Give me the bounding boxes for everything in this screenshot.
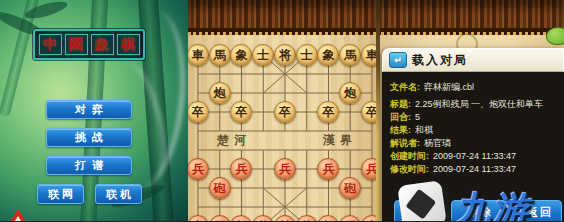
app-title-char: 國 (65, 34, 88, 55)
app-title-char: 棋 (117, 34, 140, 55)
field-label: 解说者: (390, 137, 420, 150)
load-return-icon: ↵ (389, 52, 407, 68)
field-value: 杨官璘 (424, 137, 451, 150)
wood-frame-top (376, 0, 564, 28)
field-label: 结果: (390, 124, 411, 137)
red-piece-兵[interactable]: 兵 (274, 158, 296, 180)
red-piece-砲[interactable]: 砲 (209, 177, 231, 199)
field-value: 5 (415, 111, 420, 124)
dialog-field-row: 解说者:杨官璘 (390, 137, 564, 150)
black-piece-車[interactable]: 車 (188, 44, 209, 66)
black-piece-炮[interactable]: 炮 (209, 82, 231, 104)
red-piece-兵[interactable]: 兵 (361, 158, 376, 180)
black-piece-将[interactable]: 将 (274, 44, 296, 66)
black-piece-卒[interactable]: 卒 (317, 101, 339, 123)
main-menu-screen: 中國象棋 对弈 挑战 打谱 联网 联机 (0, 0, 188, 221)
dialog-field-row: 回合:5 (390, 111, 564, 124)
red-piece-帥[interactable]: 帥 (274, 215, 296, 221)
red-piece-馬[interactable]: 馬 (209, 215, 231, 221)
leaf-button[interactable] (546, 27, 564, 45)
board-edge-stripe (376, 0, 380, 221)
dialog-field-row: 修改时间:2009-07-24 11:33:47 (390, 163, 564, 176)
black-piece-馬[interactable]: 馬 (209, 44, 231, 66)
red-piece-馬[interactable]: 馬 (339, 215, 361, 221)
red-piece-兵[interactable]: 兵 (188, 158, 209, 180)
black-piece-卒[interactable]: 卒 (274, 101, 296, 123)
play-button[interactable]: 对弈 (46, 100, 132, 119)
challenge-button[interactable]: 挑战 (46, 128, 132, 147)
field-label: 修改时间: (390, 163, 429, 176)
dialog-header: ↵ 载入对局 (382, 48, 564, 72)
black-piece-馬[interactable]: 馬 (339, 44, 361, 66)
field-value: 2009-07-24 11:33:47 (433, 150, 516, 163)
red-piece-仕[interactable]: 仕 (296, 215, 318, 221)
red-piece-車[interactable]: 車 (188, 215, 209, 221)
black-piece-車[interactable]: 車 (361, 44, 376, 66)
field-value: 和棋 (415, 124, 433, 137)
piece-layer: 車馬象士将士象馬車炮炮卒卒卒卒卒兵兵兵兵兵砲砲車馬相仕帥仕相馬車 (188, 46, 376, 222)
app-title-char: 中 (39, 34, 62, 55)
black-piece-炮[interactable]: 炮 (339, 82, 361, 104)
red-piece-車[interactable]: 車 (361, 215, 376, 221)
load-dialog-screen: ↵ 载入对局 文件名:弈林新编.cbl标题:2.25例和残局 一、炮双仕和单车回… (376, 0, 564, 221)
red-piece-兵[interactable]: 兵 (317, 158, 339, 180)
black-piece-士[interactable]: 士 (252, 44, 274, 66)
game-board-screen: 楚河 漢界 車馬象士将士象馬車炮炮卒卒卒卒卒兵兵兵兵兵砲砲車馬相仕帥仕相馬車 (188, 0, 376, 221)
watermark-logo-notch (405, 189, 436, 220)
dialog-field-row: 结果:和棋 (390, 124, 564, 137)
red-piece-兵[interactable]: 兵 (230, 158, 252, 180)
black-piece-象[interactable]: 象 (230, 44, 252, 66)
dialog-title: 载入对局 (412, 52, 468, 69)
black-piece-象[interactable]: 象 (317, 44, 339, 66)
dialog-field-row: 创建时间:2009-07-24 11:33:47 (390, 150, 564, 163)
field-label: 文件名: (390, 81, 420, 94)
network-play-button[interactable]: 联网 (37, 184, 84, 204)
field-value: 2009-07-24 11:33:47 (433, 163, 516, 176)
field-value: 弈林新编.cbl (424, 81, 474, 94)
field-value: 2.25例和残局 一、炮双仕和单车 (415, 98, 543, 111)
dialog-field-row: 文件名:弈林新编.cbl (390, 81, 564, 94)
black-piece-士[interactable]: 士 (296, 44, 318, 66)
screenshot-root: 中國象棋 对弈 挑战 打谱 联网 联机 楚河 漢界 車馬象士将士象馬車炮炮卒卒卒… (0, 0, 564, 221)
watermark-triangle-inner (13, 216, 23, 221)
black-piece-卒[interactable]: 卒 (361, 101, 376, 123)
red-piece-相[interactable]: 相 (230, 215, 252, 221)
field-label: 回合: (390, 111, 411, 124)
red-piece-砲[interactable]: 砲 (339, 177, 361, 199)
black-piece-卒[interactable]: 卒 (188, 101, 209, 123)
app-title-plaque: 中國象棋 (33, 29, 145, 60)
online-play-button[interactable]: 联机 (95, 184, 142, 204)
dialog-field-row: 标题:2.25例和残局 一、炮双仕和单车 (390, 98, 564, 111)
red-piece-仕[interactable]: 仕 (252, 215, 274, 221)
watermark-logo (397, 180, 447, 221)
study-records-button[interactable]: 打谱 (46, 156, 132, 175)
field-label: 创建时间: (390, 150, 429, 163)
watermark-text: 九游 (454, 186, 530, 221)
app-title-char: 象 (91, 34, 114, 55)
red-piece-相[interactable]: 相 (317, 215, 339, 221)
black-piece-卒[interactable]: 卒 (230, 101, 252, 123)
field-label: 标题: (390, 98, 411, 111)
